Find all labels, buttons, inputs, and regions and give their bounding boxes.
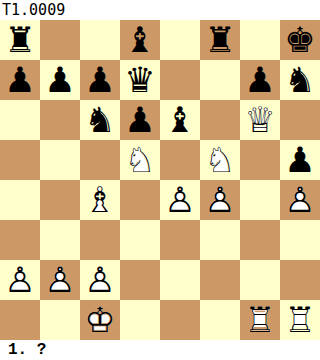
- square-f1[interactable]: [200, 300, 240, 340]
- white-pawn-piece[interactable]: ♟♙: [280, 180, 320, 220]
- black-pawn-glyph: ♟: [40, 60, 80, 100]
- black-pawn-piece[interactable]: ♟: [40, 60, 80, 100]
- black-queen-glyph: ♛: [120, 60, 160, 100]
- white-pawn-piece[interactable]: ♟♙: [160, 180, 200, 220]
- white-bishop-glyph-outline: ♗: [80, 180, 120, 220]
- square-a5[interactable]: [0, 140, 40, 180]
- square-b1[interactable]: [40, 300, 80, 340]
- move-prompt: 1. ?: [8, 341, 46, 359]
- black-knight-glyph: ♞: [80, 100, 120, 140]
- square-c2[interactable]: ♟♙: [80, 260, 120, 300]
- black-knight-piece[interactable]: ♞: [80, 100, 120, 140]
- square-a1[interactable]: [0, 300, 40, 340]
- square-b4[interactable]: [40, 180, 80, 220]
- square-d5[interactable]: ♞♘: [120, 140, 160, 180]
- square-c1[interactable]: ♚♔: [80, 300, 120, 340]
- square-c8[interactable]: [80, 20, 120, 60]
- white-queen-glyph-outline: ♕: [240, 100, 280, 140]
- square-h8[interactable]: ♚: [280, 20, 320, 60]
- white-pawn-glyph-outline: ♙: [160, 180, 200, 220]
- square-c3[interactable]: [80, 220, 120, 260]
- square-g5[interactable]: [240, 140, 280, 180]
- black-bishop-piece[interactable]: ♝: [120, 20, 160, 60]
- square-f2[interactable]: [200, 260, 240, 300]
- square-e8[interactable]: [160, 20, 200, 60]
- black-bishop-piece[interactable]: ♝: [160, 100, 200, 140]
- white-rook-piece[interactable]: ♜♖: [280, 300, 320, 340]
- square-g6[interactable]: ♛♕: [240, 100, 280, 140]
- black-rook-piece[interactable]: ♜: [200, 20, 240, 60]
- black-pawn-piece[interactable]: ♟: [80, 60, 120, 100]
- black-pawn-piece[interactable]: ♟: [120, 100, 160, 140]
- square-d4[interactable]: [120, 180, 160, 220]
- square-d3[interactable]: [120, 220, 160, 260]
- white-rook-glyph-outline: ♖: [240, 300, 280, 340]
- square-b3[interactable]: [40, 220, 80, 260]
- square-f4[interactable]: ♟♙: [200, 180, 240, 220]
- square-e7[interactable]: [160, 60, 200, 100]
- black-queen-piece[interactable]: ♛: [120, 60, 160, 100]
- white-knight-piece[interactable]: ♞♘: [120, 140, 160, 180]
- white-knight-piece[interactable]: ♞♘: [200, 140, 240, 180]
- white-pawn-piece[interactable]: ♟♙: [80, 260, 120, 300]
- black-pawn-glyph: ♟: [240, 60, 280, 100]
- chess-board: ♜♝♜♚♟♟♟♛♟♞♞♟♝♛♕♞♘♞♘♟♝♗♟♙♟♙♟♙♟♙♟♙♟♙♚♔♜♖♜♖: [0, 20, 320, 340]
- white-rook-piece[interactable]: ♜♖: [240, 300, 280, 340]
- square-f6[interactable]: [200, 100, 240, 140]
- black-pawn-piece[interactable]: ♟: [0, 60, 40, 100]
- white-pawn-piece[interactable]: ♟♙: [0, 260, 40, 300]
- square-a8[interactable]: ♜: [0, 20, 40, 60]
- square-f5[interactable]: ♞♘: [200, 140, 240, 180]
- square-h4[interactable]: ♟♙: [280, 180, 320, 220]
- black-rook-glyph: ♜: [0, 20, 40, 60]
- square-d1[interactable]: [120, 300, 160, 340]
- white-pawn-glyph-outline: ♙: [0, 260, 40, 300]
- white-pawn-piece[interactable]: ♟♙: [200, 180, 240, 220]
- white-queen-piece[interactable]: ♛♕: [240, 100, 280, 140]
- puzzle-id: T1.0009: [2, 1, 65, 19]
- white-pawn-piece[interactable]: ♟♙: [40, 260, 80, 300]
- white-bishop-piece[interactable]: ♝♗: [80, 180, 120, 220]
- square-d7[interactable]: ♛: [120, 60, 160, 100]
- square-e1[interactable]: [160, 300, 200, 340]
- square-e6[interactable]: ♝: [160, 100, 200, 140]
- white-pawn-glyph-outline: ♙: [280, 180, 320, 220]
- square-b5[interactable]: [40, 140, 80, 180]
- square-f7[interactable]: [200, 60, 240, 100]
- square-c4[interactable]: ♝♗: [80, 180, 120, 220]
- square-a4[interactable]: [0, 180, 40, 220]
- square-h3[interactable]: [280, 220, 320, 260]
- square-a2[interactable]: ♟♙: [0, 260, 40, 300]
- square-h7[interactable]: ♞: [280, 60, 320, 100]
- white-pawn-glyph-outline: ♙: [80, 260, 120, 300]
- square-b2[interactable]: ♟♙: [40, 260, 80, 300]
- black-knight-piece[interactable]: ♞: [280, 60, 320, 100]
- square-a3[interactable]: [0, 220, 40, 260]
- black-pawn-glyph: ♟: [280, 140, 320, 180]
- white-pawn-glyph-outline: ♙: [200, 180, 240, 220]
- square-g1[interactable]: ♜♖: [240, 300, 280, 340]
- black-bishop-glyph: ♝: [120, 20, 160, 60]
- square-h5[interactable]: ♟: [280, 140, 320, 180]
- black-rook-glyph: ♜: [200, 20, 240, 60]
- square-g3[interactable]: [240, 220, 280, 260]
- square-b8[interactable]: [40, 20, 80, 60]
- square-c7[interactable]: ♟: [80, 60, 120, 100]
- square-g8[interactable]: [240, 20, 280, 60]
- puzzle-id-bar: T1.0009: [0, 0, 320, 20]
- white-king-glyph-outline: ♔: [80, 300, 120, 340]
- black-pawn-glyph: ♟: [0, 60, 40, 100]
- square-e2[interactable]: [160, 260, 200, 300]
- square-b6[interactable]: [40, 100, 80, 140]
- black-king-glyph: ♚: [280, 20, 320, 60]
- square-d2[interactable]: [120, 260, 160, 300]
- white-rook-glyph-outline: ♖: [280, 300, 320, 340]
- square-c6[interactable]: ♞: [80, 100, 120, 140]
- square-g2[interactable]: [240, 260, 280, 300]
- square-f3[interactable]: [200, 220, 240, 260]
- square-h2[interactable]: [280, 260, 320, 300]
- black-knight-glyph: ♞: [280, 60, 320, 100]
- black-pawn-glyph: ♟: [120, 100, 160, 140]
- status-bar: 1. ?: [0, 340, 320, 360]
- square-a7[interactable]: ♟: [0, 60, 40, 100]
- black-pawn-piece[interactable]: ♟: [240, 60, 280, 100]
- white-knight-glyph-outline: ♘: [200, 140, 240, 180]
- black-pawn-piece[interactable]: ♟: [280, 140, 320, 180]
- black-bishop-glyph: ♝: [160, 100, 200, 140]
- square-g7[interactable]: ♟: [240, 60, 280, 100]
- black-rook-piece[interactable]: ♜: [0, 20, 40, 60]
- white-knight-glyph-outline: ♘: [120, 140, 160, 180]
- black-pawn-glyph: ♟: [80, 60, 120, 100]
- square-h1[interactable]: ♜♖: [280, 300, 320, 340]
- square-f8[interactable]: ♜: [200, 20, 240, 60]
- square-d8[interactable]: ♝: [120, 20, 160, 60]
- square-e4[interactable]: ♟♙: [160, 180, 200, 220]
- square-e3[interactable]: [160, 220, 200, 260]
- square-a6[interactable]: [0, 100, 40, 140]
- square-d6[interactable]: ♟: [120, 100, 160, 140]
- white-pawn-glyph-outline: ♙: [40, 260, 80, 300]
- square-e5[interactable]: [160, 140, 200, 180]
- square-h6[interactable]: [280, 100, 320, 140]
- square-c5[interactable]: [80, 140, 120, 180]
- black-king-piece[interactable]: ♚: [280, 20, 320, 60]
- square-g4[interactable]: [240, 180, 280, 220]
- white-king-piece[interactable]: ♚♔: [80, 300, 120, 340]
- square-b7[interactable]: ♟: [40, 60, 80, 100]
